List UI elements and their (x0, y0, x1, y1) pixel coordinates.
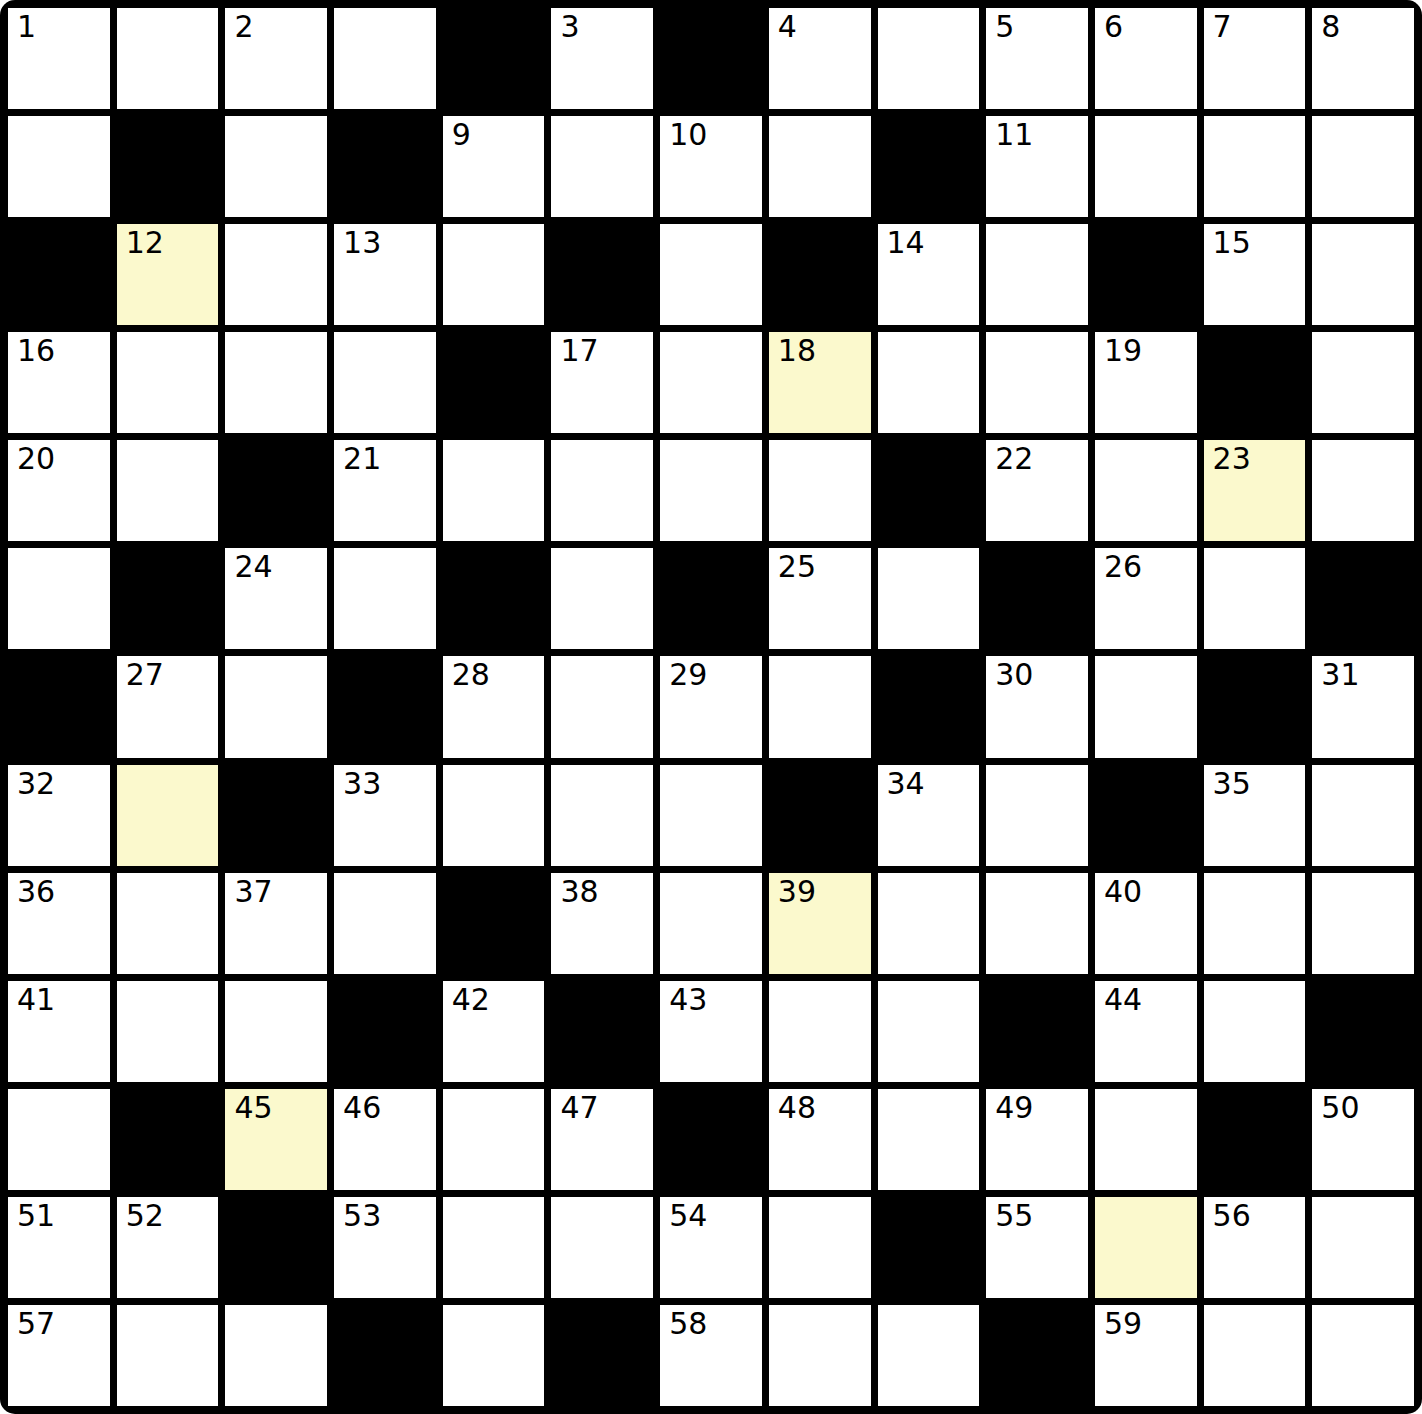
cell-6-5[interactable] (551, 656, 653, 757)
clue-number-21: 21 (343, 443, 381, 475)
block-5-1 (117, 548, 219, 649)
cell-6-7[interactable] (769, 656, 871, 757)
cell-9-8[interactable] (878, 981, 980, 1082)
clue-number-6: 6 (1104, 11, 1123, 43)
clue-number-42: 42 (452, 984, 490, 1016)
cell-4-1[interactable] (117, 440, 219, 541)
cell-9-7[interactable] (769, 981, 871, 1082)
clue-number-24: 24 (234, 551, 272, 583)
cell-4-3[interactable]: 21 (334, 440, 436, 541)
cell-5-11[interactable] (1204, 548, 1306, 649)
cell-4-12[interactable] (1312, 440, 1414, 541)
cell-3-0[interactable]: 16 (8, 332, 110, 433)
clue-number-29: 29 (669, 659, 707, 691)
cell-8-2[interactable]: 37 (225, 873, 327, 974)
clue-number-46: 46 (343, 1092, 381, 1124)
clue-number-51: 51 (17, 1200, 55, 1232)
cell-9-11[interactable] (1204, 981, 1306, 1082)
clue-number-27: 27 (126, 659, 164, 691)
cell-3-2[interactable] (225, 332, 327, 433)
cell-5-5[interactable] (551, 548, 653, 649)
cell-1-2[interactable] (225, 116, 327, 217)
cell-11-1[interactable]: 52 (117, 1197, 219, 1298)
block-10-1 (117, 1089, 219, 1190)
clue-number-14: 14 (887, 227, 925, 259)
clue-number-17: 17 (560, 335, 598, 367)
cell-4-11[interactable]: 23 (1204, 440, 1306, 541)
clue-number-53: 53 (343, 1200, 381, 1232)
block-9-3 (334, 981, 436, 1082)
cell-10-3[interactable]: 46 (334, 1089, 436, 1190)
block-9-9 (986, 981, 1088, 1082)
clue-number-26: 26 (1104, 551, 1142, 583)
cell-0-9[interactable]: 5 (986, 8, 1088, 109)
block-5-6 (660, 548, 762, 649)
cell-0-7[interactable]: 4 (769, 8, 871, 109)
clue-number-18: 18 (778, 335, 816, 367)
clue-number-54: 54 (669, 1200, 707, 1232)
cell-4-7[interactable] (769, 440, 871, 541)
clue-number-50: 50 (1321, 1092, 1359, 1124)
cell-3-6[interactable] (660, 332, 762, 433)
cell-1-6[interactable]: 10 (660, 116, 762, 217)
clue-number-13: 13 (343, 227, 381, 259)
clue-number-9: 9 (452, 119, 471, 151)
cell-2-1[interactable]: 12 (117, 224, 219, 325)
cell-10-8[interactable] (878, 1089, 980, 1190)
cell-1-12[interactable] (1312, 116, 1414, 217)
clue-number-28: 28 (452, 659, 490, 691)
clue-number-23: 23 (1213, 443, 1251, 475)
block-1-8 (878, 116, 980, 217)
cell-0-3[interactable] (334, 8, 436, 109)
clue-number-3: 3 (560, 11, 579, 43)
cell-0-2[interactable]: 2 (225, 8, 327, 109)
cell-8-5[interactable]: 38 (551, 873, 653, 974)
cell-7-8[interactable]: 34 (878, 765, 980, 866)
block-4-8 (878, 440, 980, 541)
cell-10-2[interactable]: 45 (225, 1089, 327, 1190)
block-2-7 (769, 224, 871, 325)
cell-4-5[interactable] (551, 440, 653, 541)
cell-1-0[interactable] (8, 116, 110, 217)
cell-1-11[interactable] (1204, 116, 1306, 217)
cell-10-10[interactable] (1095, 1089, 1197, 1190)
clue-number-10: 10 (669, 119, 707, 151)
cell-8-9[interactable] (986, 873, 1088, 974)
cell-1-4[interactable]: 9 (443, 116, 545, 217)
block-0-4 (443, 8, 545, 109)
cell-8-7[interactable]: 39 (769, 873, 871, 974)
clue-number-12: 12 (126, 227, 164, 259)
cell-12-10[interactable]: 59 (1095, 1305, 1197, 1406)
block-8-4 (443, 873, 545, 974)
cell-3-8[interactable] (878, 332, 980, 433)
clue-number-32: 32 (17, 768, 55, 800)
clue-number-58: 58 (669, 1308, 707, 1340)
cell-9-6[interactable]: 43 (660, 981, 762, 1082)
clue-number-31: 31 (1321, 659, 1359, 691)
cell-12-6[interactable]: 58 (660, 1305, 762, 1406)
cell-10-0[interactable] (8, 1089, 110, 1190)
cell-6-10[interactable] (1095, 656, 1197, 757)
cell-0-12[interactable]: 8 (1312, 8, 1414, 109)
block-7-2 (225, 765, 327, 866)
cell-11-5[interactable] (551, 1197, 653, 1298)
cell-0-8[interactable] (878, 8, 980, 109)
cell-0-5[interactable]: 3 (551, 8, 653, 109)
cell-9-10[interactable]: 44 (1095, 981, 1197, 1082)
cell-7-11[interactable]: 35 (1204, 765, 1306, 866)
cell-9-1[interactable] (117, 981, 219, 1082)
cell-2-12[interactable] (1312, 224, 1414, 325)
cell-0-1[interactable] (117, 8, 219, 109)
block-4-2 (225, 440, 327, 541)
clue-number-59: 59 (1104, 1308, 1142, 1340)
clue-number-2: 2 (234, 11, 253, 43)
cell-0-11[interactable]: 7 (1204, 8, 1306, 109)
cell-11-11[interactable]: 56 (1204, 1197, 1306, 1298)
block-5-9 (986, 548, 1088, 649)
block-10-6 (660, 1089, 762, 1190)
cell-8-12[interactable] (1312, 873, 1414, 974)
clue-number-5: 5 (995, 11, 1014, 43)
cell-7-5[interactable] (551, 765, 653, 866)
block-6-8 (878, 656, 980, 757)
cell-2-2[interactable] (225, 224, 327, 325)
cell-1-5[interactable] (551, 116, 653, 217)
cell-11-10[interactable] (1095, 1197, 1197, 1298)
cell-9-4[interactable]: 42 (443, 981, 545, 1082)
cell-7-9[interactable] (986, 765, 1088, 866)
clue-number-36: 36 (17, 876, 55, 908)
cell-7-6[interactable] (660, 765, 762, 866)
clue-number-40: 40 (1104, 876, 1142, 908)
cell-4-0[interactable]: 20 (8, 440, 110, 541)
clue-number-16: 16 (17, 335, 55, 367)
clue-number-55: 55 (995, 1200, 1033, 1232)
cell-6-12[interactable]: 31 (1312, 656, 1414, 757)
cell-4-4[interactable] (443, 440, 545, 541)
cell-12-1[interactable] (117, 1305, 219, 1406)
block-2-10 (1095, 224, 1197, 325)
clue-number-57: 57 (17, 1308, 55, 1340)
cell-8-1[interactable] (117, 873, 219, 974)
clue-number-52: 52 (126, 1200, 164, 1232)
cell-0-10[interactable]: 6 (1095, 8, 1197, 109)
cell-8-6[interactable] (660, 873, 762, 974)
cell-3-3[interactable] (334, 332, 436, 433)
cell-8-3[interactable] (334, 873, 436, 974)
block-6-3 (334, 656, 436, 757)
clue-number-20: 20 (17, 443, 55, 475)
cell-12-12[interactable] (1312, 1305, 1414, 1406)
block-12-5 (551, 1305, 653, 1406)
cell-6-6[interactable]: 29 (660, 656, 762, 757)
clue-number-49: 49 (995, 1092, 1033, 1124)
cell-12-11[interactable] (1204, 1305, 1306, 1406)
block-2-5 (551, 224, 653, 325)
clue-number-11: 11 (995, 119, 1033, 151)
cell-2-4[interactable] (443, 224, 545, 325)
clue-number-44: 44 (1104, 984, 1142, 1016)
block-10-11 (1204, 1089, 1306, 1190)
clue-number-34: 34 (887, 768, 925, 800)
cell-5-10[interactable]: 26 (1095, 548, 1197, 649)
block-9-12 (1312, 981, 1414, 1082)
cell-4-6[interactable] (660, 440, 762, 541)
cell-10-5[interactable]: 47 (551, 1089, 653, 1190)
cell-8-10[interactable]: 40 (1095, 873, 1197, 974)
clue-number-48: 48 (778, 1092, 816, 1124)
clue-number-1: 1 (17, 11, 36, 43)
cell-11-0[interactable]: 51 (8, 1197, 110, 1298)
cell-3-10[interactable]: 19 (1095, 332, 1197, 433)
cell-0-0[interactable]: 1 (8, 8, 110, 109)
block-5-12 (1312, 548, 1414, 649)
cell-6-2[interactable] (225, 656, 327, 757)
cell-1-7[interactable] (769, 116, 871, 217)
cell-2-6[interactable] (660, 224, 762, 325)
block-0-6 (660, 8, 762, 109)
cell-12-2[interactable] (225, 1305, 327, 1406)
block-3-4 (443, 332, 545, 433)
cell-7-3[interactable]: 33 (334, 765, 436, 866)
cell-12-8[interactable] (878, 1305, 980, 1406)
cell-7-4[interactable] (443, 765, 545, 866)
clue-number-8: 8 (1321, 11, 1340, 43)
block-7-7 (769, 765, 871, 866)
clue-number-15: 15 (1213, 227, 1251, 259)
block-3-11 (1204, 332, 1306, 433)
cell-12-7[interactable] (769, 1305, 871, 1406)
clue-number-39: 39 (778, 876, 816, 908)
cell-1-10[interactable] (1095, 116, 1197, 217)
cell-7-1[interactable] (117, 765, 219, 866)
cell-10-7[interactable]: 48 (769, 1089, 871, 1190)
cell-9-2[interactable] (225, 981, 327, 1082)
cell-3-9[interactable] (986, 332, 1088, 433)
cell-11-4[interactable] (443, 1197, 545, 1298)
clue-number-35: 35 (1213, 768, 1251, 800)
cell-11-12[interactable] (1312, 1197, 1414, 1298)
block-12-9 (986, 1305, 1088, 1406)
cell-12-0[interactable]: 57 (8, 1305, 110, 1406)
cell-8-0[interactable]: 36 (8, 873, 110, 974)
clue-number-7: 7 (1213, 11, 1232, 43)
cell-10-9[interactable]: 49 (986, 1089, 1088, 1190)
cell-5-7[interactable]: 25 (769, 548, 871, 649)
cell-11-7[interactable] (769, 1197, 871, 1298)
cell-4-10[interactable] (1095, 440, 1197, 541)
clue-number-19: 19 (1104, 335, 1142, 367)
clue-number-45: 45 (234, 1092, 272, 1124)
clue-number-22: 22 (995, 443, 1033, 475)
clue-number-4: 4 (778, 11, 797, 43)
cell-3-5[interactable]: 17 (551, 332, 653, 433)
block-11-2 (225, 1197, 327, 1298)
cell-11-3[interactable]: 53 (334, 1197, 436, 1298)
cell-11-6[interactable]: 54 (660, 1197, 762, 1298)
cell-5-0[interactable] (8, 548, 110, 649)
cell-10-4[interactable] (443, 1089, 545, 1190)
cell-6-9[interactable]: 30 (986, 656, 1088, 757)
cell-3-1[interactable] (117, 332, 219, 433)
clue-number-56: 56 (1213, 1200, 1251, 1232)
cell-6-1[interactable]: 27 (117, 656, 219, 757)
block-11-8 (878, 1197, 980, 1298)
cell-2-9[interactable] (986, 224, 1088, 325)
block-2-0 (8, 224, 110, 325)
cell-11-9[interactable]: 55 (986, 1197, 1088, 1298)
cell-5-8[interactable] (878, 548, 980, 649)
block-6-11 (1204, 656, 1306, 757)
cell-1-9[interactable]: 11 (986, 116, 1088, 217)
clue-number-37: 37 (234, 876, 272, 908)
cell-2-11[interactable]: 15 (1204, 224, 1306, 325)
clue-number-33: 33 (343, 768, 381, 800)
cell-12-4[interactable] (443, 1305, 545, 1406)
cell-5-2[interactable]: 24 (225, 548, 327, 649)
block-1-3 (334, 116, 436, 217)
cell-7-0[interactable]: 32 (8, 765, 110, 866)
block-1-1 (117, 116, 219, 217)
clue-number-30: 30 (995, 659, 1033, 691)
clue-number-25: 25 (778, 551, 816, 583)
block-12-3 (334, 1305, 436, 1406)
cell-3-12[interactable] (1312, 332, 1414, 433)
cell-7-12[interactable] (1312, 765, 1414, 866)
clue-number-43: 43 (669, 984, 707, 1016)
crossword-board: 1234567891011121314151617181920212223242… (0, 0, 1422, 1414)
cell-4-9[interactable]: 22 (986, 440, 1088, 541)
cell-9-0[interactable]: 41 (8, 981, 110, 1082)
clue-number-47: 47 (560, 1092, 598, 1124)
clue-number-38: 38 (560, 876, 598, 908)
block-6-0 (8, 656, 110, 757)
cell-8-8[interactable] (878, 873, 980, 974)
cell-6-4[interactable]: 28 (443, 656, 545, 757)
cell-8-11[interactable] (1204, 873, 1306, 974)
cell-2-8[interactable]: 14 (878, 224, 980, 325)
block-5-4 (443, 548, 545, 649)
block-9-5 (551, 981, 653, 1082)
block-7-10 (1095, 765, 1197, 866)
clue-number-41: 41 (17, 984, 55, 1016)
cell-2-3[interactable]: 13 (334, 224, 436, 325)
cell-10-12[interactable]: 50 (1312, 1089, 1414, 1190)
cell-5-3[interactable] (334, 548, 436, 649)
cell-3-7[interactable]: 18 (769, 332, 871, 433)
